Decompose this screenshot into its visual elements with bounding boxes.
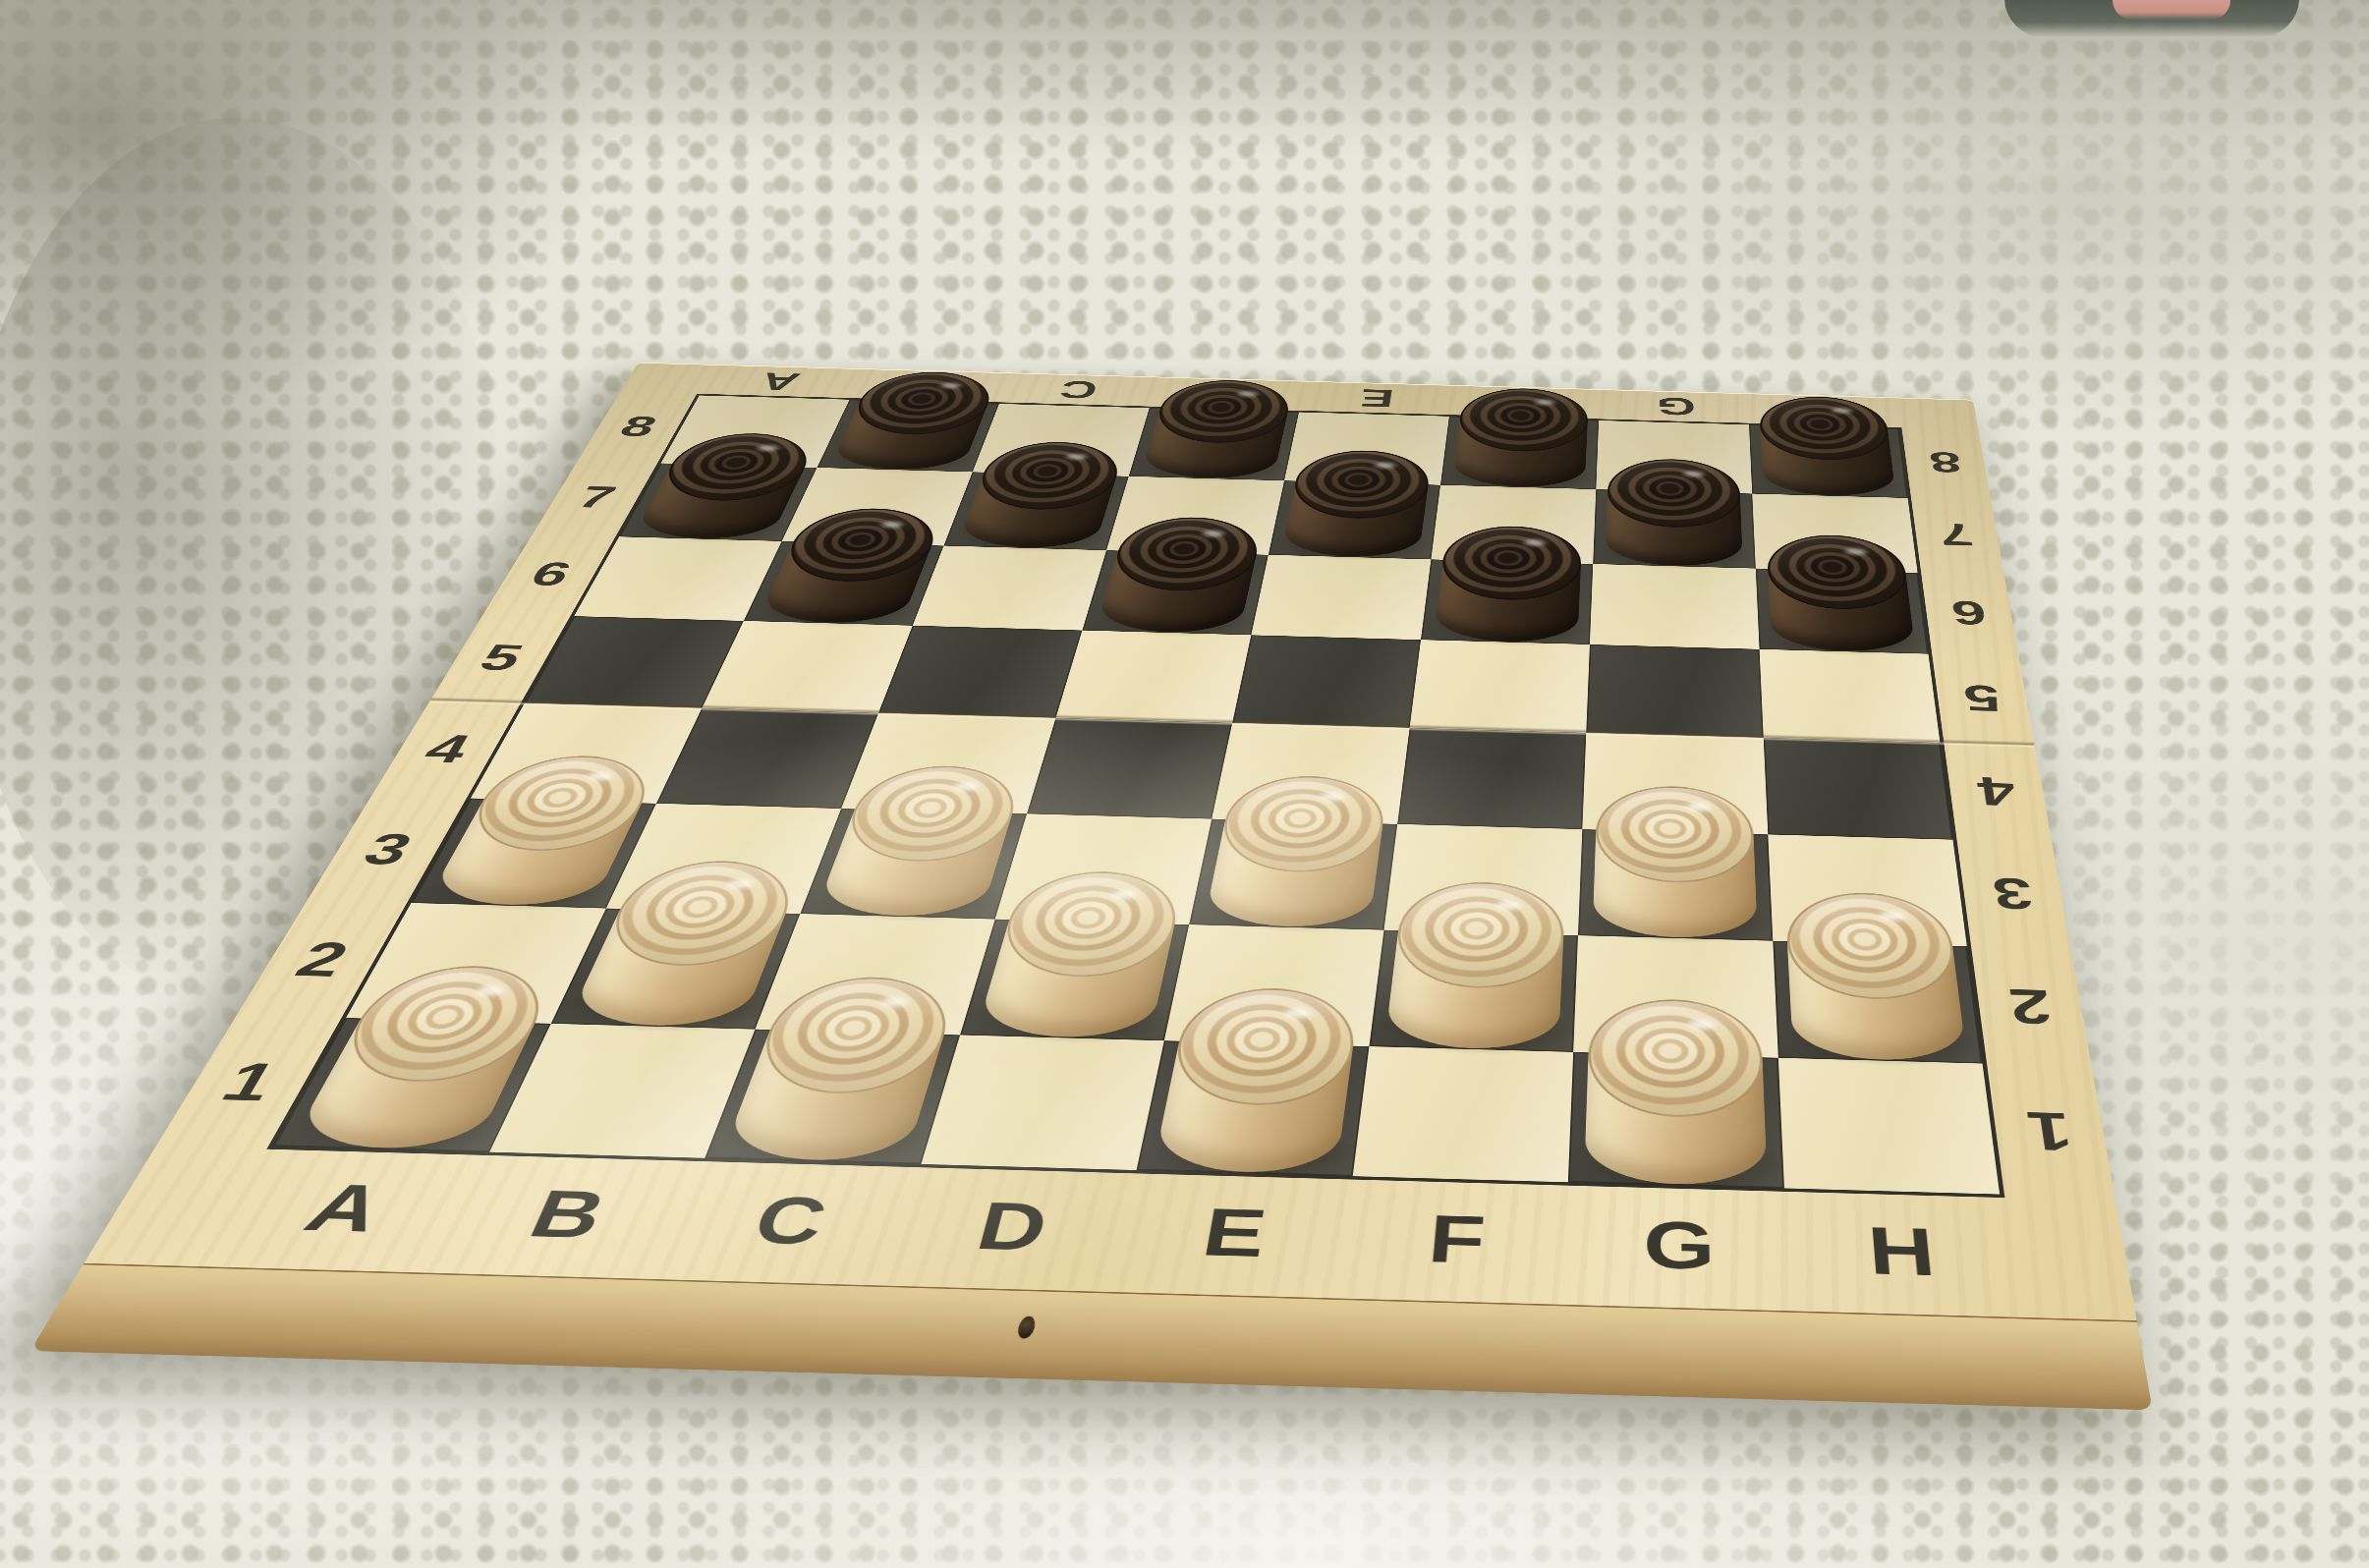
square-d5[interactable]: [1055, 631, 1251, 723]
square-f5[interactable]: [1409, 640, 1590, 733]
square-d6[interactable]: ⛂: [1082, 550, 1269, 636]
right-rank-label-6: 6: [1921, 572, 2018, 656]
right-rank-label-5: 5: [1932, 653, 2034, 745]
square-c3[interactable]: ⛀: [800, 809, 1026, 919]
hinge-hole: [1016, 1316, 1038, 1339]
black-man-g7[interactable]: ⛂: [1606, 457, 1743, 567]
photo-scene: ABCDEFGH 12345678 12345678 ABCDEFGH ⛂⛂⛂⛂…: [0, 0, 2369, 1568]
black-man-h6[interactable]: ⛂: [1766, 533, 1916, 653]
dark-object-top-right: [2004, 0, 2299, 37]
white-man-f2[interactable]: ⛀: [1384, 880, 1566, 1051]
black-man-f8[interactable]: ⛂: [1452, 387, 1589, 488]
square-g1[interactable]: ⛀: [1568, 1052, 1784, 1188]
checkers-board: ABCDEFGH 12345678 12345678 ABCDEFGH ⛂⛂⛂⛂…: [83, 363, 2137, 1323]
square-c7[interactable]: ⛂: [944, 472, 1129, 550]
bottom-file-label-h: H: [1788, 1200, 2021, 1319]
square-e3[interactable]: ⛀: [1189, 818, 1397, 929]
square-h1[interactable]: [1777, 1058, 2000, 1195]
right-rank-label-4: 4: [1944, 743, 2052, 843]
square-e6[interactable]: [1251, 555, 1431, 641]
right-rank-label-3: 3: [1957, 840, 2071, 950]
bottom-file-label-d: D: [882, 1175, 1134, 1294]
square-d1[interactable]: [921, 1036, 1164, 1170]
top-file-label-e: E: [1299, 382, 1453, 416]
square-g5[interactable]: [1586, 644, 1763, 738]
square-f4[interactable]: [1397, 728, 1587, 829]
square-h5[interactable]: [1759, 649, 1940, 743]
square-c5[interactable]: [878, 626, 1082, 718]
white-man-h2[interactable]: ⛀: [1784, 891, 1967, 1062]
square-f1[interactable]: [1352, 1046, 1573, 1182]
black-man-d8[interactable]: ⛂: [1141, 378, 1295, 479]
square-d8[interactable]: ⛂: [1128, 408, 1299, 480]
square-d4[interactable]: [1027, 718, 1232, 819]
bottom-file-label-e: E: [1110, 1181, 1352, 1300]
square-f6[interactable]: ⛂: [1421, 559, 1594, 644]
pink-object-top-right: [2113, 0, 2230, 20]
black-man-h8[interactable]: ⛂: [1758, 395, 1895, 497]
bottom-file-label-g: G: [1565, 1194, 1793, 1314]
square-h8[interactable]: ⛂: [1749, 424, 1908, 498]
white-man-e1[interactable]: ⛀: [1153, 986, 1361, 1175]
white-man-e3[interactable]: ⛀: [1204, 774, 1389, 928]
square-h6[interactable]: ⛂: [1755, 568, 1928, 653]
right-rank-label-7: 7: [1911, 497, 2004, 575]
right-rank-label-2: 2: [1971, 947, 2092, 1069]
bottom-file-label-c: C: [654, 1169, 916, 1288]
black-man-e7[interactable]: ⛂: [1280, 449, 1433, 558]
right-rank-label-8: 8: [1901, 427, 1991, 499]
square-f2[interactable]: ⛀: [1369, 929, 1578, 1052]
black-man-f6[interactable]: ⛂: [1434, 525, 1583, 644]
square-b8[interactable]: ⛂: [817, 400, 999, 473]
top-file-label-a: A: [697, 365, 861, 398]
top-file-label-g: G: [1601, 390, 1751, 423]
square-f8[interactable]: ⛂: [1440, 417, 1599, 489]
square-e5[interactable]: [1232, 635, 1420, 727]
square-c6[interactable]: [913, 545, 1106, 630]
top-file-label-c: C: [998, 373, 1157, 406]
board-scene: ABCDEFGH 12345678 12345678 ABCDEFGH ⛂⛂⛂⛂…: [31, 363, 2153, 1409]
right-rank-label-1: 1: [1987, 1066, 2115, 1201]
square-h4[interactable]: [1763, 738, 1952, 840]
board-grid: ⛂⛂⛂⛂⛂⛂⛂⛂⛂⛂⛂⛂⛀⛀⛀⛀⛀⛀⛀⛀⛀⛀⛀⛀: [266, 394, 2004, 1198]
white-man-g3[interactable]: ⛀: [1593, 784, 1758, 939]
square-g6[interactable]: [1590, 564, 1759, 649]
bottom-file-label-f: F: [1337, 1188, 1569, 1307]
square-h2[interactable]: ⛀: [1773, 940, 1983, 1063]
square-d2[interactable]: ⛀: [960, 919, 1190, 1040]
square-g3[interactable]: ⛀: [1578, 829, 1773, 940]
square-e7[interactable]: ⛂: [1269, 480, 1440, 559]
square-g7[interactable]: ⛂: [1593, 489, 1755, 568]
square-e1[interactable]: ⛀: [1137, 1040, 1369, 1176]
white-man-g1[interactable]: ⛀: [1584, 997, 1768, 1187]
